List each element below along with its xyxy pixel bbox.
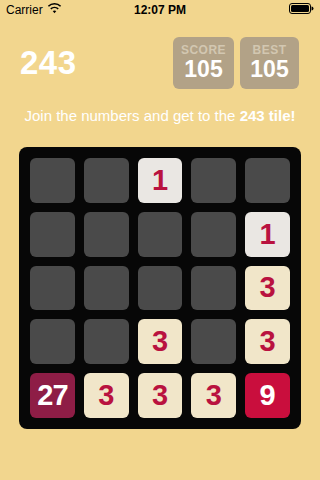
board-cell-empty — [191, 212, 236, 257]
board-cell-empty — [30, 212, 75, 257]
carrier-label: Carrier — [6, 3, 43, 17]
tile-3: 3 — [191, 373, 236, 418]
score-box: SCORE 105 — [173, 37, 234, 89]
board-cell-empty — [30, 266, 75, 311]
best-value: 105 — [250, 57, 288, 82]
tile-9: 9 — [245, 373, 290, 418]
tile-1: 1 — [245, 212, 290, 257]
page-title: 243 — [20, 44, 77, 82]
board-cell-empty — [30, 158, 75, 203]
best-box: BEST 105 — [240, 37, 299, 89]
tile-3: 3 — [245, 319, 290, 364]
board-cell-empty — [138, 212, 183, 257]
tile-1: 1 — [138, 158, 183, 203]
board-cell-empty — [191, 158, 236, 203]
board-cell-empty — [84, 158, 129, 203]
app-screen: Carrier 12:07 PM 243 SCORE 105 — [0, 0, 320, 480]
board-cell-empty — [191, 319, 236, 364]
status-right — [289, 3, 314, 17]
status-left: Carrier — [6, 3, 62, 17]
score-value: 105 — [184, 57, 222, 82]
board-cell-empty — [84, 319, 129, 364]
board-cell-empty — [84, 212, 129, 257]
best-label: BEST — [252, 44, 286, 57]
instructions-goal: 243 tile! — [240, 107, 296, 124]
battery-icon — [289, 3, 314, 17]
tile-27: 27 — [30, 373, 75, 418]
tile-3: 3 — [84, 373, 129, 418]
instructions-prefix: Join the numbers and get to the — [24, 107, 239, 124]
board-cell-empty — [84, 266, 129, 311]
tile-3: 3 — [138, 319, 183, 364]
status-bar: Carrier 12:07 PM — [0, 0, 320, 20]
board-cell-empty — [138, 266, 183, 311]
instructions-text: Join the numbers and get to the 243 tile… — [0, 107, 320, 124]
board-cell-empty — [191, 266, 236, 311]
tile-3: 3 — [245, 266, 290, 311]
score-label: SCORE — [181, 44, 226, 57]
wifi-icon — [47, 3, 62, 17]
board[interactable]: 11333273339 — [19, 147, 301, 429]
tile-3: 3 — [138, 373, 183, 418]
board-cell-empty — [245, 158, 290, 203]
board-cell-empty — [30, 319, 75, 364]
